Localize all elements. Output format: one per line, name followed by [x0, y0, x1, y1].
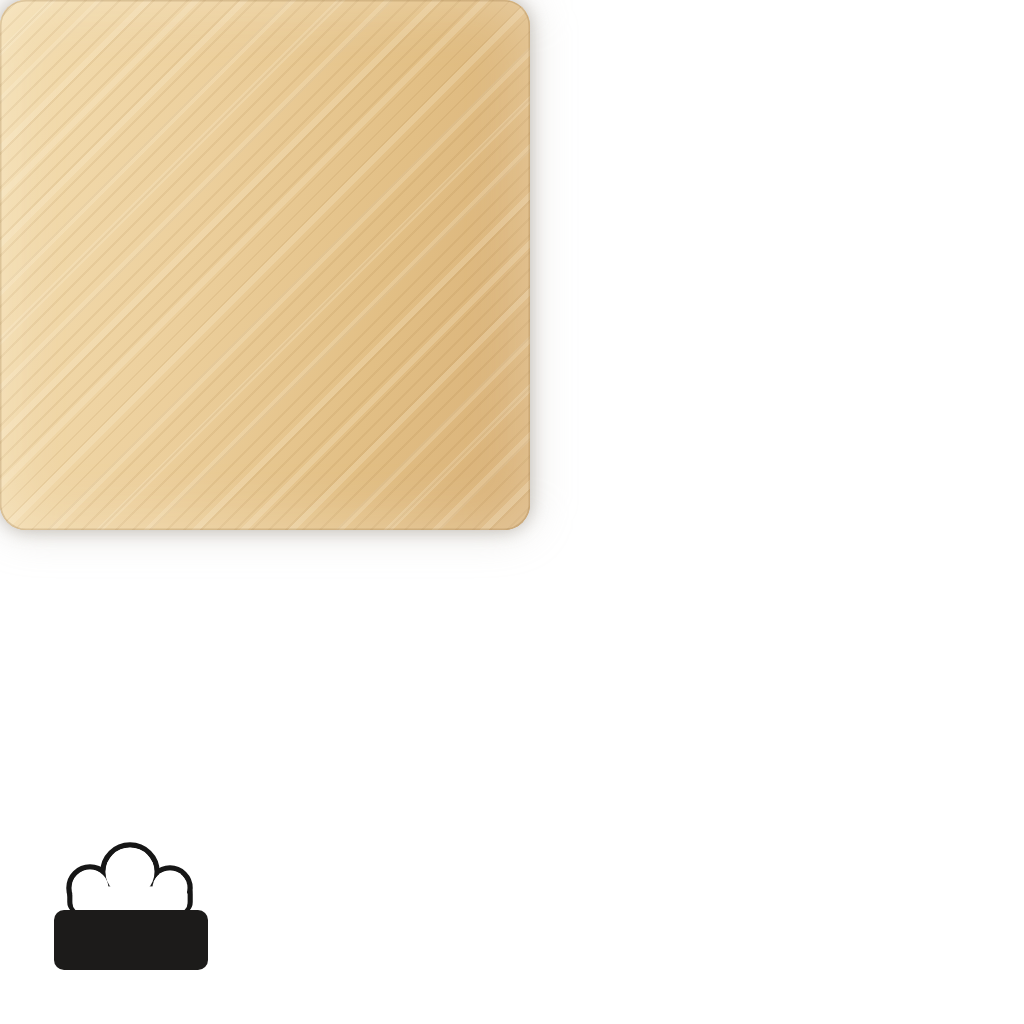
cloud-icon: [52, 838, 212, 918]
product-photo-scene: [0, 0, 1024, 1024]
co2-weight-box: [54, 910, 208, 970]
co2-badge: [52, 838, 212, 978]
